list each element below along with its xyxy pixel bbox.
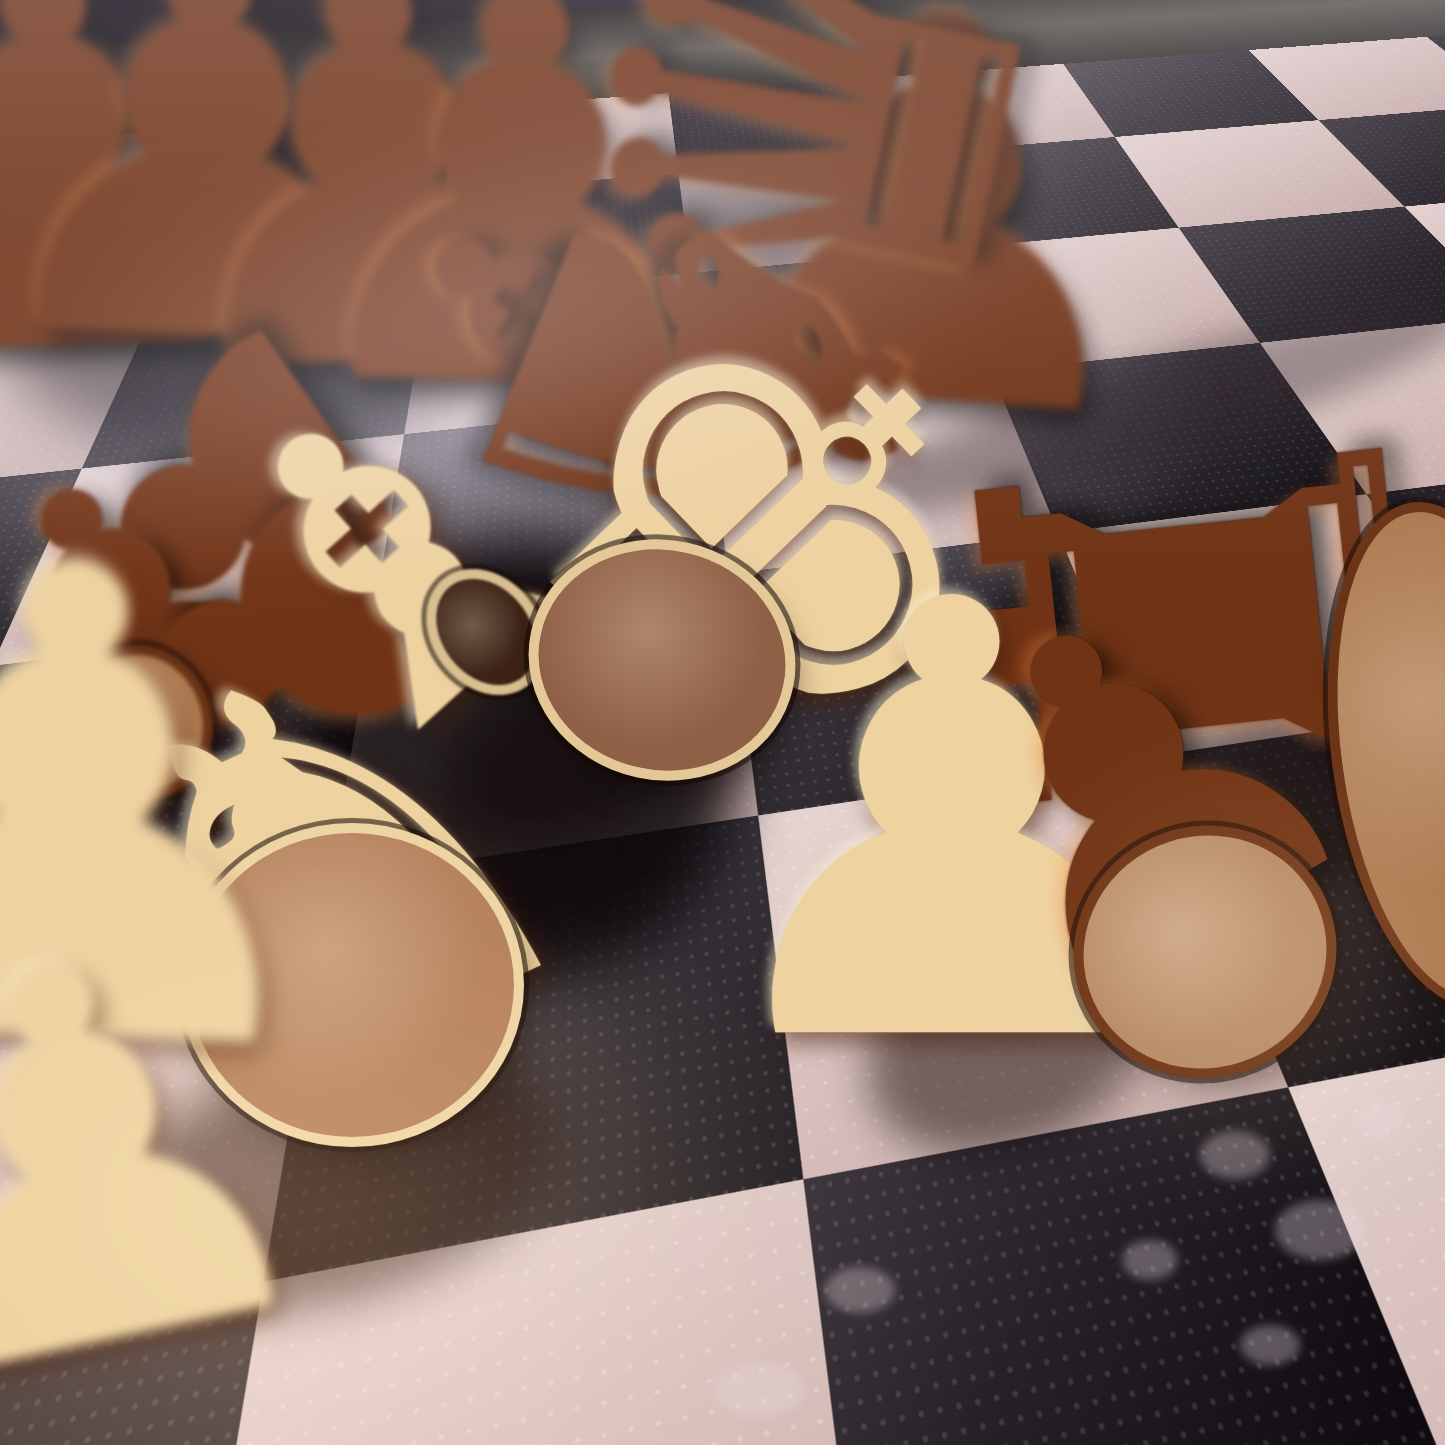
chess-pieces-layer: ♟♟♟♟♟♛♝♞♟♟♟♝♜♚♞♟♟♟♟	[0, 0, 1445, 1445]
chess-set-photo: ♟♟♟♟♟♛♝♞♟♟♟♝♜♚♞♟♟♟♟	[0, 0, 1445, 1445]
